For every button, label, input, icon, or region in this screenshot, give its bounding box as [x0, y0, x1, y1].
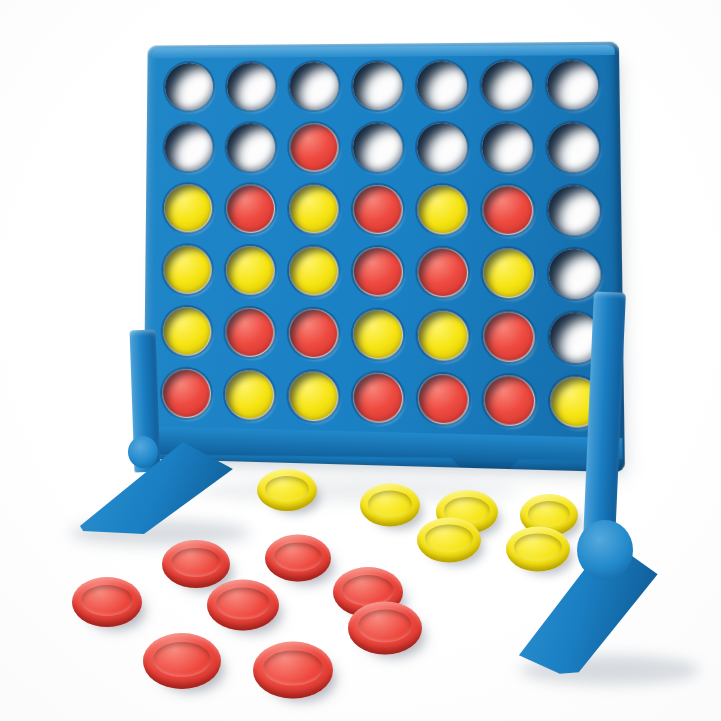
yellow-disc-in-board [290, 186, 337, 233]
hole-r6-c5 [418, 374, 469, 425]
cell-r4-c5 [415, 245, 470, 299]
red-disc-in-board [418, 249, 467, 297]
loose-disc-yellow [417, 518, 481, 563]
hole-r3-c5 [417, 185, 468, 234]
loose-disc-yellow [506, 527, 570, 572]
cell-r3-c7 [546, 183, 602, 237]
connect-four-photo [0, 0, 721, 721]
hole-r5-c4 [353, 309, 403, 359]
empty-hole-r1-c5 [417, 61, 467, 110]
cell-r6-c1 [160, 366, 213, 420]
empty-hole-r1-c1 [165, 63, 213, 111]
yellow-disc-in-board [290, 372, 338, 421]
hole-r6-c1 [162, 368, 211, 418]
cell-r1-c7 [545, 58, 601, 111]
red-disc-in-board [354, 186, 402, 233]
yellow-disc-in-board [164, 246, 211, 293]
hole-r5-c5 [418, 310, 469, 361]
hole-r3-c3 [289, 185, 338, 234]
cell-r5-c6 [481, 309, 537, 364]
cell-r2-c2 [224, 121, 277, 173]
hole-r6-c4 [353, 372, 403, 423]
loose-disc-red [348, 602, 422, 655]
cell-r6-c4 [351, 370, 406, 425]
cell-r1-c5 [415, 59, 469, 112]
cell-r4-c2 [224, 244, 277, 297]
loose-disc-red [143, 633, 221, 689]
cell-r5-c1 [161, 305, 214, 359]
yellow-disc-in-board [227, 247, 274, 294]
cell-r5-c3 [287, 306, 341, 360]
cell-r1-c1 [163, 61, 215, 113]
empty-hole-r1-c4 [353, 62, 403, 111]
hole-r5-c2 [225, 308, 274, 358]
hole-r3-c6 [482, 185, 533, 235]
empty-hole-r2-c7 [547, 123, 599, 173]
board-grid [160, 58, 605, 430]
cell-r1-c2 [225, 60, 278, 112]
yellow-disc-in-board [418, 186, 466, 233]
left-leg-hinge [128, 436, 158, 468]
loose-disc-yellow [257, 469, 317, 511]
cell-r2-c1 [162, 121, 214, 173]
cell-r5-c5 [416, 308, 471, 363]
loose-disc-red [207, 580, 279, 631]
hole-r4-c1 [163, 245, 212, 294]
red-disc-in-board [226, 309, 273, 357]
red-disc-in-board [483, 186, 532, 234]
hole-r4-c3 [289, 246, 338, 296]
empty-hole-r4-c7 [549, 249, 601, 300]
cell-r4-c4 [351, 245, 405, 299]
red-disc-in-board [227, 185, 274, 232]
yellow-disc-in-board [164, 308, 211, 355]
cell-r3-c2 [224, 182, 277, 235]
right-leg-hinge [577, 520, 633, 580]
hole-r2-c3 [289, 123, 338, 171]
red-disc-in-board [290, 124, 337, 170]
hole-r5-c1 [163, 307, 212, 357]
cell-r2-c3 [287, 121, 340, 173]
empty-hole-r2-c5 [417, 123, 467, 172]
cell-r6-c6 [481, 373, 537, 429]
cell-r3-c6 [480, 183, 536, 237]
empty-hole-r1-c2 [227, 62, 276, 110]
hole-r3-c1 [164, 184, 213, 232]
hole-r3-c4 [353, 185, 403, 234]
empty-hole-r2-c2 [226, 123, 275, 171]
hole-r4-c6 [483, 248, 534, 298]
red-disc-in-board [485, 376, 535, 425]
empty-hole-r1-c3 [290, 62, 339, 110]
hole-r5-c3 [289, 308, 339, 358]
cell-r4-c6 [481, 246, 537, 301]
cell-r3-c5 [415, 183, 470, 237]
cell-r6-c3 [287, 369, 341, 424]
cell-r3-c3 [287, 183, 340, 236]
yellow-disc-in-board [165, 185, 212, 231]
yellow-disc-in-board [226, 371, 273, 419]
empty-hole-r2-c1 [164, 123, 212, 171]
cell-r6-c2 [223, 368, 277, 423]
hole-r4-c5 [417, 247, 468, 297]
empty-hole-r2-c4 [353, 123, 403, 172]
hole-r4-c4 [353, 247, 403, 297]
cell-r6-c5 [416, 371, 471, 427]
red-disc-in-board [484, 312, 533, 361]
red-disc-in-board [354, 373, 402, 422]
cell-r1-c3 [288, 60, 341, 112]
loose-disc-red [265, 535, 331, 582]
yellow-disc-in-board [354, 310, 402, 358]
cell-r3-c4 [351, 183, 405, 236]
game-board [143, 42, 625, 473]
cell-r2-c6 [480, 121, 535, 174]
cell-r4-c1 [161, 243, 214, 296]
cell-r1-c6 [479, 59, 534, 112]
empty-hole-r1-c6 [481, 61, 532, 110]
cell-r2-c7 [545, 121, 601, 175]
hole-r4-c2 [226, 246, 275, 295]
red-disc-in-board [419, 375, 468, 424]
loose-disc-yellow [360, 484, 420, 527]
yellow-disc-in-board [419, 311, 468, 360]
hole-r6-c6 [484, 375, 536, 427]
empty-hole-r3-c7 [548, 186, 600, 236]
empty-hole-r1-c7 [547, 60, 599, 109]
loose-disc-red [253, 642, 333, 699]
hole-r3-c2 [226, 184, 275, 233]
cell-r3-c1 [162, 182, 215, 234]
loose-disc-red [162, 540, 230, 588]
hole-r6-c3 [289, 371, 339, 422]
cell-r5-c4 [351, 307, 405, 362]
red-disc-in-board [290, 309, 338, 357]
cell-r2-c4 [351, 121, 405, 174]
red-disc-in-board [163, 369, 210, 417]
empty-hole-r2-c6 [482, 123, 533, 172]
red-disc-in-board [354, 248, 402, 296]
hole-r5-c6 [483, 311, 535, 362]
hole-r6-c2 [225, 370, 274, 420]
cell-r5-c2 [223, 305, 276, 359]
cell-r2-c5 [415, 121, 470, 174]
cell-r1-c4 [351, 60, 405, 113]
yellow-disc-in-board [290, 247, 337, 294]
cell-r4-c3 [287, 244, 341, 298]
loose-disc-red [72, 577, 142, 627]
yellow-disc-in-board [484, 249, 533, 297]
